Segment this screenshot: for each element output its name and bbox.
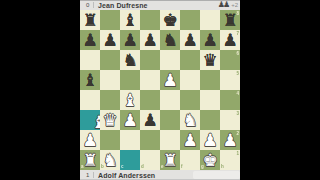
file-label-d: d [141,165,144,170]
white-rook-e1: ♜ [160,150,180,170]
white-pawn-c3: ♟ [120,110,140,130]
rank-label-1: 1 [236,151,239,156]
square-d7[interactable]: ♟ [140,30,160,50]
square-g4[interactable] [200,90,220,110]
square-e3[interactable] [160,110,180,130]
white-bishop-c4: ♝ [120,90,140,110]
square-c5[interactable] [120,70,140,90]
file-label-f: f [181,165,183,170]
square-g1[interactable]: ♚g [200,150,220,170]
square-d8[interactable] [140,10,160,30]
square-a6[interactable] [80,50,100,70]
square-f3[interactable]: ♞ [180,110,200,130]
square-f4[interactable] [180,90,200,110]
black-pawn-d3: ♟ [140,110,160,130]
square-c2[interactable] [120,130,140,150]
bottom-bar-divider [93,172,94,178]
square-f1[interactable]: f [180,150,200,170]
square-e8[interactable]: ♚ [160,10,180,30]
square-h1[interactable]: 1h [220,150,240,170]
bottom-player-name: Adolf Anderssen [98,172,155,179]
square-g8[interactable] [200,10,220,30]
square-a8[interactable]: ♜ [80,10,100,30]
game-panel: 0 Jean Dufresne ♟♟ +2 ♜♝♚♜8♟♟♟♟♞♟♟♟7♞♛6♝… [80,0,240,180]
black-king-e8: ♚ [160,10,180,30]
file-label-g: g [201,165,204,170]
black-bishop-a5: ♝ [80,70,100,90]
square-d3[interactable]: ♟ [140,110,160,130]
rank-label-7: 7 [236,31,239,36]
square-a7[interactable]: ♟ [80,30,100,50]
square-a5[interactable]: ♝ [80,70,100,90]
square-h6[interactable]: 6 [220,50,240,70]
top-player-score: 0 [80,2,93,8]
square-a4[interactable] [80,90,100,110]
material-advantage: +2 [231,2,238,8]
black-pawn-a7: ♟ [80,30,100,50]
square-f2[interactable]: ♟ [180,130,200,150]
rank-label-3: 3 [236,111,239,116]
black-pawn-h7: ♟ [220,30,240,50]
white-pawn-h2: ♟ [220,130,240,150]
square-b4[interactable] [100,90,120,110]
square-h8[interactable]: ♜8 [220,10,240,30]
white-pawn-g2: ♟ [200,130,220,150]
black-rook-a8: ♜ [80,10,100,30]
square-g6[interactable]: ♛ [200,50,220,70]
square-c8[interactable]: ♝ [120,10,140,30]
square-a2[interactable]: ♟ [80,130,100,150]
file-label-c: c [121,165,124,170]
black-pawn-f7: ♟ [180,30,200,50]
square-f8[interactable] [180,10,200,30]
square-b1[interactable]: ♞b [100,150,120,170]
rank-label-5: 5 [236,71,239,76]
top-player-name: Jean Dufresne [98,2,148,9]
square-d5[interactable] [140,70,160,90]
square-b8[interactable] [100,10,120,30]
black-knight-c6: ♞ [120,50,140,70]
square-c1[interactable]: c [120,150,140,170]
square-e5[interactable]: ♟ [160,70,180,90]
black-bishop-c8: ♝ [120,10,140,30]
white-pawn-a2: ♟ [80,130,100,150]
black-knight-e7: ♞ [160,30,180,50]
watermark [193,171,240,179]
square-c6[interactable]: ♞ [120,50,140,70]
square-f5[interactable] [180,70,200,90]
rank-label-2: 2 [236,131,239,136]
rank-label-6: 6 [236,51,239,56]
square-d4[interactable] [140,90,160,110]
square-h4[interactable]: 4 [220,90,240,110]
square-g3[interactable] [200,110,220,130]
rank-label-4: 4 [236,91,239,96]
white-king-g1: ♚ [200,150,220,170]
black-queen-g6: ♛ [200,50,220,70]
file-label-e: e [161,165,164,170]
square-d2[interactable] [140,130,160,150]
square-b2[interactable] [100,130,120,150]
white-knight-f3: ♞ [180,110,200,130]
white-knight-b1: ♞ [100,150,120,170]
rank-label-8: 8 [236,11,239,16]
square-d6[interactable] [140,50,160,70]
white-pawn-e5: ♟ [160,70,180,90]
file-label-h: h [221,165,224,170]
file-label-b: b [101,165,104,170]
square-g2[interactable]: ♟ [200,130,220,150]
black-pawn-c7: ♟ [120,30,140,50]
square-d1[interactable]: d [140,150,160,170]
square-b7[interactable]: ♟ [100,30,120,50]
square-e2[interactable] [160,130,180,150]
black-pawn-g7: ♟ [200,30,220,50]
square-c3[interactable]: ♟ [120,110,140,130]
black-pawn-d7: ♟ [140,30,160,50]
square-b3[interactable]: ♛ [100,110,120,130]
square-h7[interactable]: ♟7 [220,30,240,50]
captured-pawns-icon: ♟♟ [218,1,228,9]
square-h3[interactable]: 3 [220,110,240,130]
bottom-player-bar: 1 Adolf Anderssen [80,170,240,180]
square-g5[interactable] [200,70,220,90]
square-c4[interactable]: ♝ [120,90,140,110]
chess-board: ♜♝♚♜8♟♟♟♟♞♟♟♟7♞♛6♝♟5♝4♝♛♟♟♞3♟♟♟♟2♜a♞bcd♜… [80,10,240,170]
square-h2[interactable]: ♟2 [220,130,240,150]
square-g7[interactable]: ♟ [200,30,220,50]
top-bar-divider [93,2,94,8]
square-a1[interactable]: ♜a [80,150,100,170]
white-queen-b3: ♛ [100,110,120,130]
square-e1[interactable]: ♜e [160,150,180,170]
black-pawn-b7: ♟ [100,30,120,50]
file-label-a: a [81,165,84,170]
white-pawn-f2: ♟ [180,130,200,150]
square-h5[interactable]: 5 [220,70,240,90]
square-c7[interactable]: ♟ [120,30,140,50]
square-e7[interactable]: ♞ [160,30,180,50]
square-e4[interactable] [160,90,180,110]
square-b6[interactable] [100,50,120,70]
top-player-bar: 0 Jean Dufresne ♟♟ +2 [80,0,240,10]
white-rook-a1: ♜ [80,150,100,170]
black-rook-h8: ♜ [220,10,240,30]
bottom-player-score: 1 [80,172,93,178]
square-f6[interactable] [180,50,200,70]
square-b5[interactable] [100,70,120,90]
square-a3[interactable]: ♝ [80,110,100,130]
square-e6[interactable] [160,50,180,70]
square-f7[interactable]: ♟ [180,30,200,50]
